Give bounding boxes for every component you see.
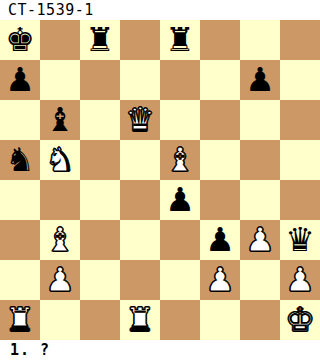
square-e1[interactable]: [160, 300, 200, 340]
square-c7[interactable]: [80, 60, 120, 100]
square-h5[interactable]: [280, 140, 320, 180]
square-b5[interactable]: ♞: [40, 140, 80, 180]
square-b4[interactable]: [40, 180, 80, 220]
square-c3[interactable]: [80, 220, 120, 260]
square-c2[interactable]: [80, 260, 120, 300]
white-bishop: ♝: [45, 220, 75, 260]
square-g6[interactable]: [240, 100, 280, 140]
puzzle-title: CT-1539-1: [0, 0, 320, 20]
square-f2[interactable]: ♟: [200, 260, 240, 300]
square-g4[interactable]: [240, 180, 280, 220]
square-g2[interactable]: [240, 260, 280, 300]
square-h3[interactable]: ♛: [280, 220, 320, 260]
square-g3[interactable]: ♟: [240, 220, 280, 260]
square-b6[interactable]: ♝: [40, 100, 80, 140]
square-e8[interactable]: ♜: [160, 20, 200, 60]
square-f8[interactable]: [200, 20, 240, 60]
black-pawn: ♟: [165, 180, 195, 220]
square-f3[interactable]: ♟: [200, 220, 240, 260]
square-a5[interactable]: ♞: [0, 140, 40, 180]
white-pawn: ♟: [45, 260, 75, 300]
move-prompt: 1. ?: [0, 340, 320, 360]
square-d4[interactable]: [120, 180, 160, 220]
square-h7[interactable]: [280, 60, 320, 100]
black-king: ♚: [5, 20, 35, 60]
white-knight: ♞: [45, 140, 75, 180]
square-d5[interactable]: [120, 140, 160, 180]
square-d6[interactable]: ♛: [120, 100, 160, 140]
square-c5[interactable]: [80, 140, 120, 180]
white-rook: ♜: [125, 300, 155, 340]
black-pawn: ♟: [205, 220, 235, 260]
square-f5[interactable]: [200, 140, 240, 180]
white-pawn: ♟: [285, 260, 315, 300]
square-c1[interactable]: [80, 300, 120, 340]
square-f4[interactable]: [200, 180, 240, 220]
white-pawn: ♟: [245, 220, 275, 260]
square-b2[interactable]: ♟: [40, 260, 80, 300]
square-c4[interactable]: [80, 180, 120, 220]
square-a2[interactable]: [0, 260, 40, 300]
black-queen: ♛: [285, 220, 315, 260]
square-b7[interactable]: [40, 60, 80, 100]
square-d7[interactable]: [120, 60, 160, 100]
white-queen: ♛: [125, 100, 155, 140]
square-h6[interactable]: [280, 100, 320, 140]
square-d2[interactable]: [120, 260, 160, 300]
square-a7[interactable]: ♟: [0, 60, 40, 100]
square-f7[interactable]: [200, 60, 240, 100]
white-king: ♚: [285, 300, 315, 340]
black-rook: ♜: [165, 20, 195, 60]
white-pawn: ♟: [205, 260, 235, 300]
square-b3[interactable]: ♝: [40, 220, 80, 260]
black-knight: ♞: [5, 140, 35, 180]
square-c6[interactable]: [80, 100, 120, 140]
square-e6[interactable]: [160, 100, 200, 140]
square-d1[interactable]: ♜: [120, 300, 160, 340]
square-f1[interactable]: [200, 300, 240, 340]
square-h1[interactable]: ♚: [280, 300, 320, 340]
square-b8[interactable]: [40, 20, 80, 60]
square-e5[interactable]: ♝: [160, 140, 200, 180]
square-g5[interactable]: [240, 140, 280, 180]
chess-puzzle-app: CT-1539-1 ♚♜♜♟♟♝♛♞♞♝♟♝♟♟♛♟♟♟♜♜♚ 1. ?: [0, 0, 320, 360]
square-b1[interactable]: [40, 300, 80, 340]
square-e3[interactable]: [160, 220, 200, 260]
square-a3[interactable]: [0, 220, 40, 260]
square-g1[interactable]: [240, 300, 280, 340]
square-h2[interactable]: ♟: [280, 260, 320, 300]
square-c8[interactable]: ♜: [80, 20, 120, 60]
square-e7[interactable]: [160, 60, 200, 100]
square-g7[interactable]: ♟: [240, 60, 280, 100]
black-bishop: ♝: [45, 100, 75, 140]
square-g8[interactable]: [240, 20, 280, 60]
square-h8[interactable]: [280, 20, 320, 60]
square-e2[interactable]: [160, 260, 200, 300]
square-h4[interactable]: [280, 180, 320, 220]
square-a6[interactable]: [0, 100, 40, 140]
square-d3[interactable]: [120, 220, 160, 260]
black-pawn: ♟: [245, 60, 275, 100]
chess-board: ♚♜♜♟♟♝♛♞♞♝♟♝♟♟♛♟♟♟♜♜♚: [0, 20, 320, 340]
black-pawn: ♟: [5, 60, 35, 100]
square-a4[interactable]: [0, 180, 40, 220]
square-a8[interactable]: ♚: [0, 20, 40, 60]
square-f6[interactable]: [200, 100, 240, 140]
square-d8[interactable]: [120, 20, 160, 60]
white-bishop: ♝: [165, 140, 195, 180]
white-rook: ♜: [5, 300, 35, 340]
black-rook: ♜: [85, 20, 115, 60]
square-a1[interactable]: ♜: [0, 300, 40, 340]
square-e4[interactable]: ♟: [160, 180, 200, 220]
